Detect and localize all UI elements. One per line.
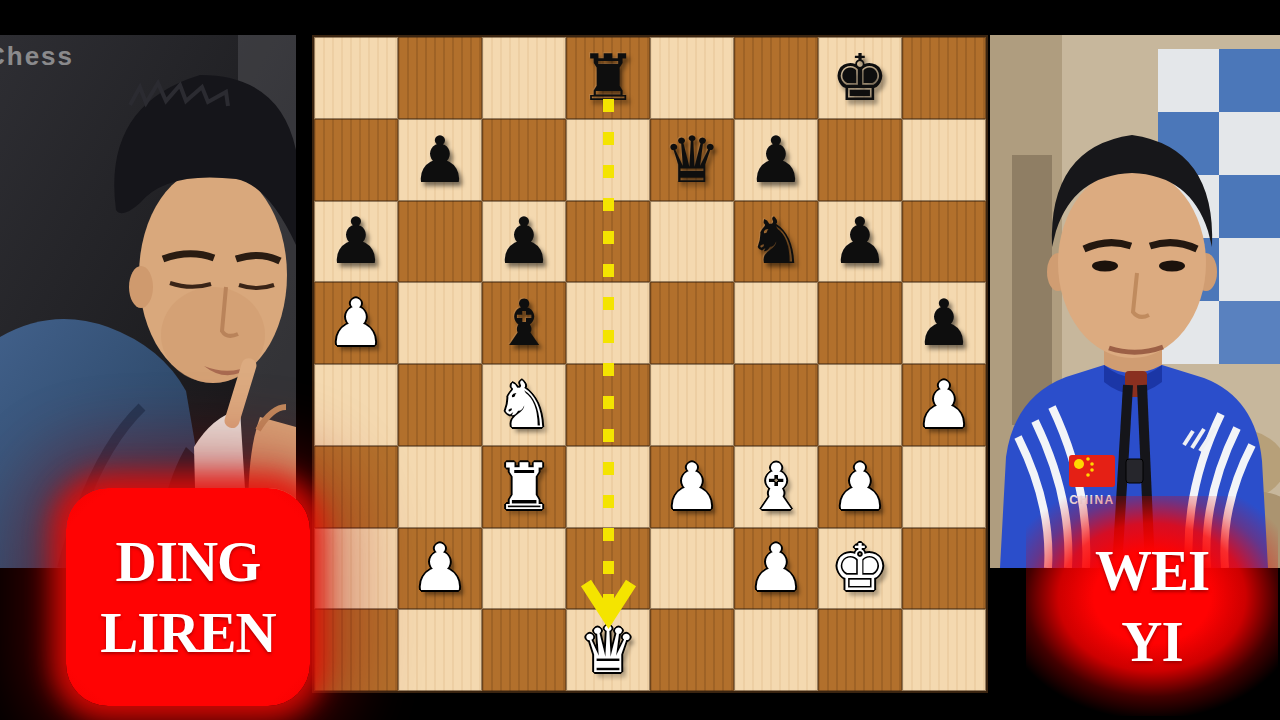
square-b6: [398, 201, 482, 283]
square-e2: [650, 528, 734, 610]
square-d5: [566, 282, 650, 364]
square-a4: [314, 364, 398, 446]
square-f2: ♟: [734, 528, 818, 610]
piece-black-bishop: ♝: [495, 291, 552, 355]
square-f6: ♞: [734, 201, 818, 283]
square-c1: [482, 609, 566, 691]
piece-white-pawn: ♟: [831, 455, 888, 519]
square-h5: ♟: [902, 282, 986, 364]
square-d8: ♜: [566, 37, 650, 119]
square-b2: ♟: [398, 528, 482, 610]
square-a2: [314, 528, 398, 610]
square-g7: [818, 119, 902, 201]
piece-white-pawn: ♟: [915, 373, 972, 437]
square-g4: [818, 364, 902, 446]
eye: [1159, 261, 1185, 272]
piece-white-knight: ♞: [495, 373, 552, 437]
square-h6: [902, 201, 986, 283]
square-g5: [818, 282, 902, 364]
wei-yi-portrait: CHINA: [990, 35, 1280, 568]
square-d6: [566, 201, 650, 283]
square-b4: [398, 364, 482, 446]
backdrop-column: [1012, 155, 1052, 425]
square-e1: [650, 609, 734, 691]
piece-white-pawn: ♟: [663, 455, 720, 519]
piece-black-pawn: ♟: [495, 209, 552, 273]
square-a5: ♟: [314, 282, 398, 364]
square-b7: ♟: [398, 119, 482, 201]
square-g6: ♟: [818, 201, 902, 283]
square-e3: ♟: [650, 446, 734, 528]
square-b5: [398, 282, 482, 364]
piece-white-king: ♚: [831, 536, 888, 600]
square-d4: [566, 364, 650, 446]
square-g8: ♚: [818, 37, 902, 119]
square-h4: ♟: [902, 364, 986, 446]
square-f1: [734, 609, 818, 691]
square-a3: [314, 446, 398, 528]
square-c8: [482, 37, 566, 119]
square-b3: [398, 446, 482, 528]
square-e4: [650, 364, 734, 446]
piece-black-rook: ♜: [579, 46, 636, 110]
square-h7: [902, 119, 986, 201]
piece-black-knight: ♞: [747, 209, 804, 273]
piece-white-pawn: ♟: [327, 291, 384, 355]
square-a8: [314, 37, 398, 119]
chess-board: ♜♚♟♛♟♟♟♞♟♟♝♟♞♟♜♟♝♟♟♟♚♛: [312, 35, 988, 693]
eye: [1092, 261, 1118, 272]
player-name-left-line2: LIREN: [100, 604, 276, 661]
square-h8: [902, 37, 986, 119]
player-name-right: WEI YI: [1026, 496, 1278, 716]
square-c3: ♜: [482, 446, 566, 528]
square-a6: ♟: [314, 201, 398, 283]
player-name-right-line2: YI: [1121, 613, 1182, 670]
square-g3: ♟: [818, 446, 902, 528]
piece-black-king: ♚: [831, 46, 888, 110]
square-c6: ♟: [482, 201, 566, 283]
square-b8: [398, 37, 482, 119]
square-f3: ♝: [734, 446, 818, 528]
piece-white-bishop: ♝: [747, 455, 804, 519]
square-c2: [482, 528, 566, 610]
ear: [129, 266, 153, 308]
square-f8: [734, 37, 818, 119]
square-d2: [566, 528, 650, 610]
square-f5: [734, 282, 818, 364]
square-c5: ♝: [482, 282, 566, 364]
player-name-right-line1: WEI: [1095, 542, 1209, 599]
square-e8: [650, 37, 734, 119]
square-e7: ♛: [650, 119, 734, 201]
square-d1: ♛: [566, 609, 650, 691]
thumbnail-canvas: Chess: [0, 0, 1280, 720]
player-name-left-line1: DING: [116, 533, 261, 590]
square-b1: [398, 609, 482, 691]
backdrop-chess-text: Chess: [0, 41, 74, 71]
piece-white-queen: ♛: [579, 618, 636, 682]
square-d7: [566, 119, 650, 201]
player-name-left: DING LIREN: [66, 488, 310, 706]
square-h3: [902, 446, 986, 528]
square-f4: [734, 364, 818, 446]
square-e5: [650, 282, 734, 364]
square-h1: [902, 609, 986, 691]
square-f7: ♟: [734, 119, 818, 201]
square-a7: [314, 119, 398, 201]
square-c4: ♞: [482, 364, 566, 446]
piece-black-pawn: ♟: [915, 291, 972, 355]
piece-black-pawn: ♟: [327, 209, 384, 273]
piece-black-pawn: ♟: [411, 128, 468, 192]
piece-black-pawn: ♟: [747, 128, 804, 192]
piece-white-pawn: ♟: [411, 536, 468, 600]
face: [1058, 168, 1206, 358]
square-e6: [650, 201, 734, 283]
square-h2: [902, 528, 986, 610]
square-g2: ♚: [818, 528, 902, 610]
player-photo-right: CHINA: [990, 35, 1280, 568]
square-c7: [482, 119, 566, 201]
piece-white-rook: ♜: [495, 455, 552, 519]
square-d3: [566, 446, 650, 528]
piece-black-queen: ♛: [663, 128, 720, 192]
piece-white-pawn: ♟: [747, 536, 804, 600]
piece-black-pawn: ♟: [831, 209, 888, 273]
square-a1: [314, 609, 398, 691]
square-g1: [818, 609, 902, 691]
